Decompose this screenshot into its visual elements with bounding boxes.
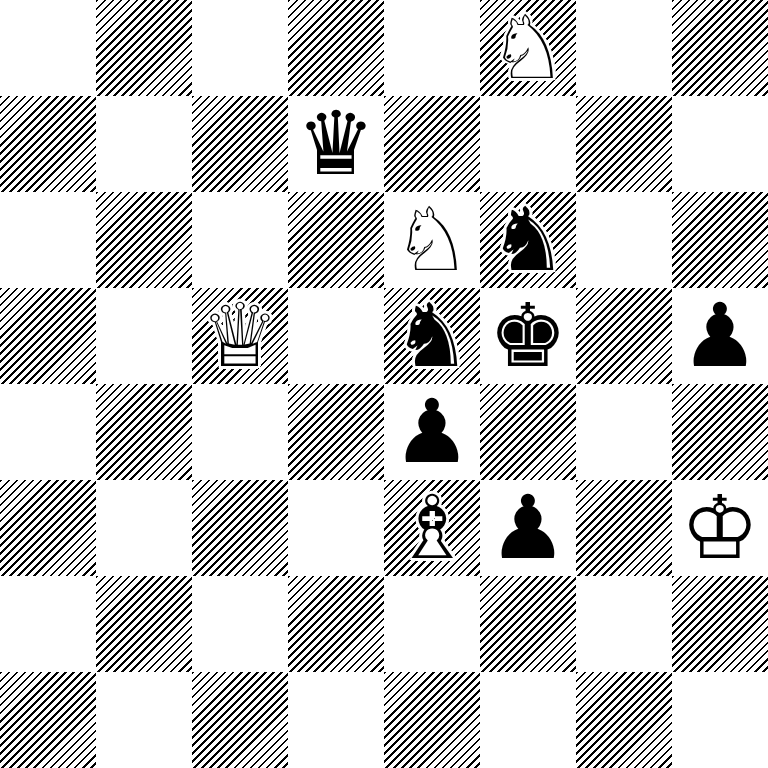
square-c7[interactable]: [192, 96, 288, 192]
square-h8[interactable]: [672, 0, 768, 96]
piece-black-king-f5[interactable]: ♚♚: [480, 288, 576, 384]
square-h5[interactable]: ♟♟: [672, 288, 768, 384]
square-f1[interactable]: [480, 672, 576, 768]
square-e4[interactable]: ♟♟: [384, 384, 480, 480]
square-f3[interactable]: ♟♟: [480, 480, 576, 576]
black-knight-glyph: ♞: [480, 192, 576, 288]
piece-black-pawn-f3[interactable]: ♟♟: [480, 480, 576, 576]
square-g4[interactable]: [576, 384, 672, 480]
piece-white-bishop-e3[interactable]: ♝♗: [384, 480, 480, 576]
square-b6[interactable]: [96, 192, 192, 288]
square-e3[interactable]: ♝♗: [384, 480, 480, 576]
square-a7[interactable]: [0, 96, 96, 192]
square-c1[interactable]: [192, 672, 288, 768]
square-f4[interactable]: [480, 384, 576, 480]
black-queen-glyph: ♛: [288, 96, 384, 192]
square-h2[interactable]: [672, 576, 768, 672]
piece-white-king-h3[interactable]: ♚♔: [672, 480, 768, 576]
square-e6[interactable]: ♞♘: [384, 192, 480, 288]
square-h6[interactable]: [672, 192, 768, 288]
piece-black-queen-d7[interactable]: ♛♛: [288, 96, 384, 192]
square-a5[interactable]: [0, 288, 96, 384]
square-f2[interactable]: [480, 576, 576, 672]
square-g1[interactable]: [576, 672, 672, 768]
square-f5[interactable]: ♚♚: [480, 288, 576, 384]
piece-black-pawn-h5[interactable]: ♟♟: [672, 288, 768, 384]
white-knight-glyph: ♘: [384, 192, 480, 288]
square-h1[interactable]: [672, 672, 768, 768]
square-d4[interactable]: [288, 384, 384, 480]
black-king-glyph: ♚: [480, 288, 576, 384]
square-c3[interactable]: [192, 480, 288, 576]
square-b2[interactable]: [96, 576, 192, 672]
white-king-glyph: ♔: [672, 480, 768, 576]
square-h3[interactable]: ♚♔: [672, 480, 768, 576]
square-a6[interactable]: [0, 192, 96, 288]
square-a1[interactable]: [0, 672, 96, 768]
square-d3[interactable]: [288, 480, 384, 576]
black-pawn-glyph: ♟: [672, 288, 768, 384]
white-queen-glyph: ♕: [192, 288, 288, 384]
square-d2[interactable]: [288, 576, 384, 672]
square-g8[interactable]: [576, 0, 672, 96]
square-c4[interactable]: [192, 384, 288, 480]
square-f8[interactable]: ♞♘: [480, 0, 576, 96]
chess-board: ♞♘♛♛♞♘♞♞♛♕♞♞♚♚♟♟♟♟♝♗♟♟♚♔: [0, 0, 768, 768]
square-f6[interactable]: ♞♞: [480, 192, 576, 288]
square-a2[interactable]: [0, 576, 96, 672]
square-a4[interactable]: [0, 384, 96, 480]
square-e5[interactable]: ♞♞: [384, 288, 480, 384]
square-h7[interactable]: [672, 96, 768, 192]
piece-white-knight-f8[interactable]: ♞♘: [480, 0, 576, 96]
square-g6[interactable]: [576, 192, 672, 288]
square-d5[interactable]: [288, 288, 384, 384]
square-d1[interactable]: [288, 672, 384, 768]
square-d7[interactable]: ♛♛: [288, 96, 384, 192]
square-h4[interactable]: [672, 384, 768, 480]
white-knight-glyph: ♘: [480, 0, 576, 96]
piece-black-knight-f6[interactable]: ♞♞: [480, 192, 576, 288]
square-e2[interactable]: [384, 576, 480, 672]
square-b8[interactable]: [96, 0, 192, 96]
white-bishop-glyph: ♗: [384, 480, 480, 576]
square-f7[interactable]: [480, 96, 576, 192]
square-a8[interactable]: [0, 0, 96, 96]
square-g5[interactable]: [576, 288, 672, 384]
black-knight-glyph: ♞: [384, 288, 480, 384]
piece-white-queen-c5[interactable]: ♛♕: [192, 288, 288, 384]
square-c6[interactable]: [192, 192, 288, 288]
piece-black-knight-e5[interactable]: ♞♞: [384, 288, 480, 384]
square-g7[interactable]: [576, 96, 672, 192]
square-b3[interactable]: [96, 480, 192, 576]
piece-black-pawn-e4[interactable]: ♟♟: [384, 384, 480, 480]
square-e1[interactable]: [384, 672, 480, 768]
black-pawn-glyph: ♟: [480, 480, 576, 576]
square-e8[interactable]: [384, 0, 480, 96]
square-g2[interactable]: [576, 576, 672, 672]
square-e7[interactable]: [384, 96, 480, 192]
square-b7[interactable]: [96, 96, 192, 192]
piece-white-knight-e6[interactable]: ♞♘: [384, 192, 480, 288]
square-c8[interactable]: [192, 0, 288, 96]
square-d6[interactable]: [288, 192, 384, 288]
black-pawn-glyph: ♟: [384, 384, 480, 480]
square-g3[interactable]: [576, 480, 672, 576]
square-c2[interactable]: [192, 576, 288, 672]
square-b4[interactable]: [96, 384, 192, 480]
square-d8[interactable]: [288, 0, 384, 96]
square-b5[interactable]: [96, 288, 192, 384]
square-b1[interactable]: [96, 672, 192, 768]
square-a3[interactable]: [0, 480, 96, 576]
square-c5[interactable]: ♛♕: [192, 288, 288, 384]
